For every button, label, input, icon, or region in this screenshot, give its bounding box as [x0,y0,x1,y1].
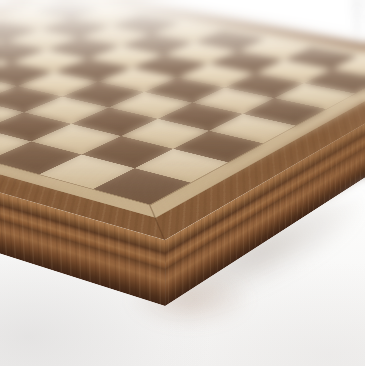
photo-scene [0,0,365,366]
chessboard [0,0,365,240]
chessboard-product-photo [0,0,365,366]
backdrop-corner-line [356,0,358,52]
